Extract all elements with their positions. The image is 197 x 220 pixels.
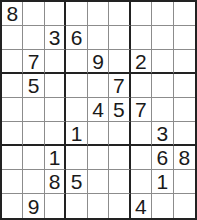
cell-r2c5-empty[interactable] [88,26,109,50]
cell-r8c5-empty[interactable] [88,170,109,194]
cell-r9c5-empty[interactable] [88,194,109,218]
cell-r6c2-empty[interactable] [23,122,44,146]
cell-r9c7-given[interactable]: 4 [131,194,152,218]
cell-r5c9-empty[interactable] [174,98,195,122]
cell-r4c4-empty[interactable] [66,74,87,98]
cell-r1c5-empty[interactable] [88,2,109,26]
cell-r4c9-empty[interactable] [174,74,195,98]
cell-r6c1-empty[interactable] [2,122,23,146]
cell-r8c4-given[interactable]: 5 [66,170,87,194]
cell-r9c9-empty[interactable] [174,194,195,218]
cell-r7c5-empty[interactable] [88,146,109,170]
cell-r1c3-empty[interactable] [45,2,66,26]
cell-r8c3-given[interactable]: 8 [45,170,66,194]
cell-r9c3-empty[interactable] [45,194,66,218]
cell-r6c4-given[interactable]: 1 [66,122,87,146]
cell-r6c9-empty[interactable] [174,122,195,146]
cell-r1c1-given[interactable]: 8 [2,2,23,26]
cell-r7c3-given[interactable]: 1 [45,146,66,170]
cell-r4c6-given[interactable]: 7 [109,74,130,98]
cell-r3c4-empty[interactable] [66,50,87,74]
cell-r4c8-empty[interactable] [152,74,173,98]
cell-r6c6-empty[interactable] [109,122,130,146]
cell-r7c1-empty[interactable] [2,146,23,170]
cell-r2c7-empty[interactable] [131,26,152,50]
cell-r3c1-empty[interactable] [2,50,23,74]
cell-r2c1-empty[interactable] [2,26,23,50]
cell-r6c8-given[interactable]: 3 [152,122,173,146]
cell-r5c7-given[interactable]: 7 [131,98,152,122]
cell-r2c3-given[interactable]: 3 [45,26,66,50]
cell-r4c1-empty[interactable] [2,74,23,98]
cell-r5c6-given[interactable]: 5 [109,98,130,122]
cell-r7c9-given[interactable]: 8 [174,146,195,170]
cell-r4c2-given[interactable]: 5 [23,74,44,98]
cell-r2c8-empty[interactable] [152,26,173,50]
cell-r6c3-empty[interactable] [45,122,66,146]
cell-r2c4-given[interactable]: 6 [66,26,87,50]
cell-r6c7-empty[interactable] [131,122,152,146]
cell-r3c5-given[interactable]: 9 [88,50,109,74]
cell-r8c1-empty[interactable] [2,170,23,194]
cell-r9c8-empty[interactable] [152,194,173,218]
cell-r6c5-empty[interactable] [88,122,109,146]
cell-r5c8-empty[interactable] [152,98,173,122]
cell-r4c7-empty[interactable] [131,74,152,98]
cell-r9c1-empty[interactable] [2,194,23,218]
cell-r7c2-empty[interactable] [23,146,44,170]
cell-r8c9-empty[interactable] [174,170,195,194]
cell-r7c7-empty[interactable] [131,146,152,170]
cell-r8c8-given[interactable]: 1 [152,170,173,194]
cell-r2c6-empty[interactable] [109,26,130,50]
cell-r7c6-empty[interactable] [109,146,130,170]
cell-r1c6-empty[interactable] [109,2,130,26]
cell-r7c4-empty[interactable] [66,146,87,170]
cell-r9c4-empty[interactable] [66,194,87,218]
cell-r1c4-empty[interactable] [66,2,87,26]
cell-r3c8-empty[interactable] [152,50,173,74]
cell-r8c7-empty[interactable] [131,170,152,194]
sudoku-board: 836792574571316885194 [0,0,197,220]
cell-r8c2-empty[interactable] [23,170,44,194]
cell-r2c2-empty[interactable] [23,26,44,50]
cell-r3c3-empty[interactable] [45,50,66,74]
cell-r1c8-empty[interactable] [152,2,173,26]
cell-r5c3-empty[interactable] [45,98,66,122]
cell-r1c2-empty[interactable] [23,2,44,26]
cell-r3c6-empty[interactable] [109,50,130,74]
cell-r1c9-empty[interactable] [174,2,195,26]
cell-r5c5-given[interactable]: 4 [88,98,109,122]
cell-r3c9-empty[interactable] [174,50,195,74]
cell-r1c7-empty[interactable] [131,2,152,26]
cell-r5c1-empty[interactable] [2,98,23,122]
cell-r5c2-empty[interactable] [23,98,44,122]
cell-r5c4-empty[interactable] [66,98,87,122]
cell-r3c2-given[interactable]: 7 [23,50,44,74]
cell-r3c7-given[interactable]: 2 [131,50,152,74]
cell-r9c6-empty[interactable] [109,194,130,218]
cell-r2c9-empty[interactable] [174,26,195,50]
cell-r8c6-empty[interactable] [109,170,130,194]
cell-r7c8-given[interactable]: 6 [152,146,173,170]
cell-r4c3-empty[interactable] [45,74,66,98]
cell-r9c2-given[interactable]: 9 [23,194,44,218]
cell-r4c5-empty[interactable] [88,74,109,98]
